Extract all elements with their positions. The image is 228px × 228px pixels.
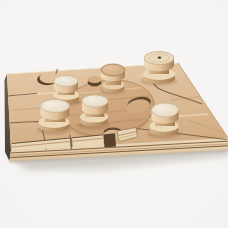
wheel-notch-top xyxy=(87,76,101,86)
slider-gap xyxy=(104,133,117,147)
product-photo-wooden-dog-puzzle xyxy=(0,0,228,228)
peg-hole xyxy=(158,56,162,58)
peg-center-top-knob[interactable] xyxy=(100,64,126,95)
puzzle-scene xyxy=(0,0,228,228)
